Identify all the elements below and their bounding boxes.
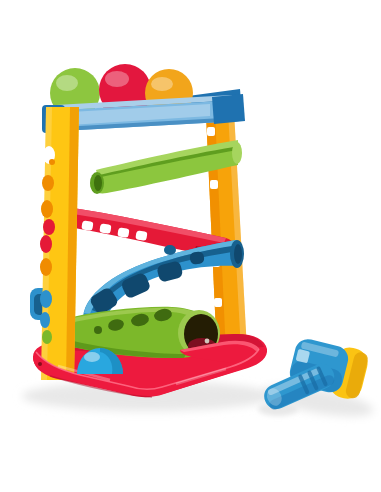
base-notch bbox=[38, 362, 42, 366]
post-notch bbox=[214, 298, 222, 307]
product-photo bbox=[0, 0, 381, 492]
post-cutout bbox=[40, 290, 52, 308]
tunnel-inner-glint bbox=[205, 339, 210, 344]
ramp-green-right-tip bbox=[232, 142, 242, 164]
ball-red-highlight bbox=[105, 71, 129, 87]
ball-orange-highlight bbox=[151, 77, 173, 91]
left-post bbox=[40, 107, 79, 380]
post-cutout bbox=[41, 200, 53, 218]
post-notch bbox=[207, 127, 215, 136]
toy-illustration bbox=[0, 0, 381, 492]
post-notch bbox=[210, 180, 218, 189]
post-cutout bbox=[49, 159, 55, 165]
post-cutout bbox=[40, 258, 52, 276]
dome-highlight bbox=[84, 352, 100, 362]
tunnel-hole bbox=[94, 326, 102, 334]
post-cutout bbox=[42, 330, 52, 344]
post-cutout bbox=[40, 312, 50, 328]
tray-right-cap bbox=[212, 94, 245, 124]
ramp-blue-knob bbox=[164, 245, 176, 255]
post-cutout bbox=[40, 235, 52, 253]
post-cutout bbox=[42, 175, 54, 191]
post-cutout bbox=[43, 219, 55, 235]
ball-green-highlight bbox=[56, 75, 78, 91]
